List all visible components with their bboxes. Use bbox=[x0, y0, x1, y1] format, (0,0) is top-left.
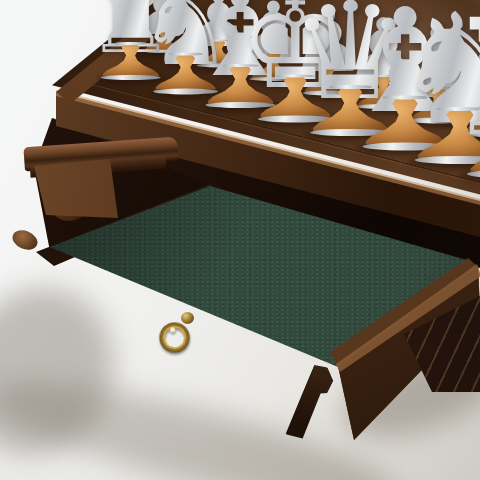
chess-set-photo: ♟♟♜♟♞♟♝♟♚♟♛♟♝♟♞♜ bbox=[0, 0, 480, 480]
rook-glyph: ♜ bbox=[443, 2, 480, 155]
piece-white-rook-a1[interactable]: ♜ bbox=[456, 0, 480, 178]
drawer-front-end-cap bbox=[284, 362, 337, 443]
